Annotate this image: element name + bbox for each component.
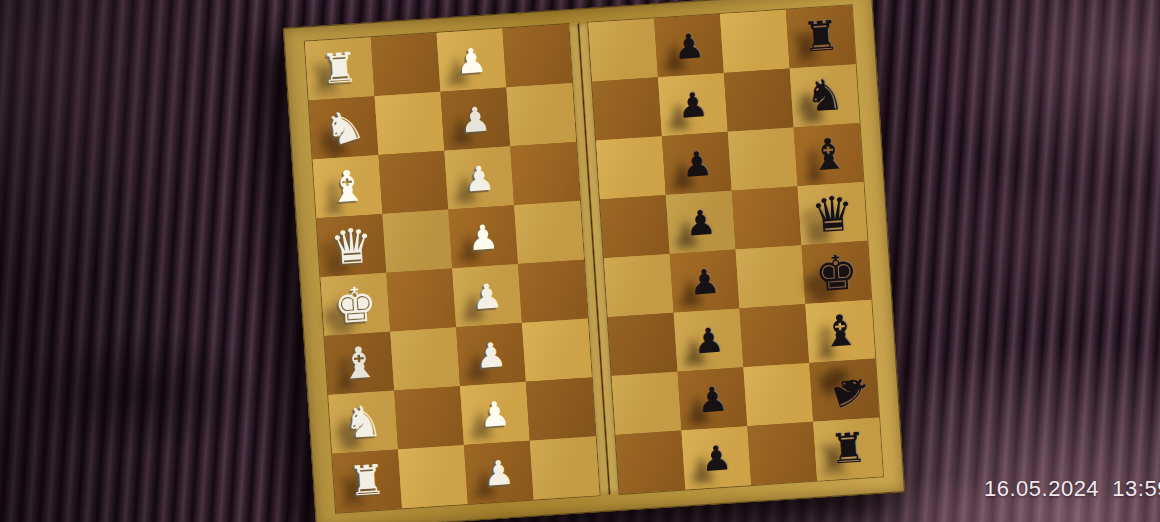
- black-pawn: ♟: [700, 440, 733, 476]
- square: ♞: [328, 391, 398, 454]
- white-pawn: ♟: [479, 395, 512, 431]
- square: ♝: [313, 155, 383, 218]
- square: [604, 254, 674, 317]
- square: [530, 436, 600, 499]
- white-pawn: ♟: [467, 219, 500, 255]
- square: ♟: [452, 264, 522, 327]
- square: ♝: [794, 123, 864, 186]
- square: [510, 142, 580, 205]
- square: ♜: [332, 449, 402, 512]
- square: [600, 195, 670, 258]
- black-knight: ♞: [804, 73, 845, 118]
- square: [386, 268, 456, 331]
- white-pawn: ♟: [475, 337, 508, 373]
- square: [728, 127, 798, 190]
- black-bishop: ♝: [808, 132, 849, 177]
- square: ♞: [309, 96, 379, 159]
- white-pawn: ♟: [455, 42, 488, 78]
- black-rook: ♜: [801, 15, 840, 58]
- white-queen: ♛: [328, 220, 374, 271]
- white-pawn: ♟: [483, 454, 516, 490]
- square: ♞: [809, 359, 879, 422]
- square: ♜: [813, 417, 883, 480]
- black-pawn: ♟: [680, 146, 713, 182]
- square: [592, 77, 662, 140]
- square: ♟: [448, 205, 518, 268]
- square: [379, 151, 449, 214]
- square: [506, 83, 576, 146]
- square: [732, 186, 802, 249]
- white-pawn: ♟: [471, 278, 504, 314]
- square: [514, 201, 584, 264]
- square: [736, 245, 806, 308]
- square: [612, 372, 682, 435]
- black-pawn: ♟: [677, 87, 710, 123]
- black-knight: ♞: [824, 367, 865, 412]
- square: ♟: [662, 132, 732, 195]
- square: ♛: [798, 182, 868, 245]
- square: [588, 18, 658, 81]
- square: ♟: [654, 14, 724, 77]
- square: [502, 24, 572, 87]
- square: [398, 445, 468, 508]
- square: [740, 304, 810, 367]
- square: [382, 210, 452, 273]
- square: [371, 33, 441, 96]
- square: ♚: [321, 273, 391, 336]
- black-queen: ♛: [809, 188, 855, 239]
- square: [747, 422, 817, 485]
- square: [724, 69, 794, 132]
- white-knight: ♞: [343, 399, 384, 444]
- white-bishop: ♝: [327, 164, 368, 209]
- square: [720, 10, 790, 73]
- square: ♟: [464, 441, 534, 504]
- white-pawn: ♟: [459, 101, 492, 137]
- square: ♟: [674, 308, 744, 371]
- timestamp-overlay: 16.05.2024 13:59: [984, 476, 1160, 502]
- black-king: ♚: [813, 247, 859, 298]
- board-half-left: ♜♟♞♟♝♟♛♟♚♟♝♟♞♟♜♟: [305, 24, 600, 512]
- black-pawn: ♟: [688, 263, 721, 299]
- black-pawn: ♟: [673, 28, 706, 64]
- square: [526, 377, 596, 440]
- white-knight: ♞: [323, 105, 364, 150]
- board-half-right: ♟♜♟♞♟♝♟♛♟♚♟♝♟♞♟♜: [588, 5, 883, 493]
- square: [616, 431, 686, 494]
- white-rook: ♜: [320, 47, 359, 90]
- black-pawn: ♟: [684, 204, 717, 240]
- square: ♜: [305, 37, 375, 100]
- white-bishop: ♝: [339, 341, 380, 386]
- square: ♟: [658, 73, 728, 136]
- square: ♚: [801, 241, 871, 304]
- black-pawn: ♟: [696, 381, 729, 417]
- square: ♟: [437, 29, 507, 92]
- black-bishop: ♝: [820, 309, 861, 354]
- square: ♜: [786, 5, 856, 68]
- square: [518, 260, 588, 323]
- square: [522, 319, 592, 382]
- square: ♟: [460, 382, 530, 445]
- square: [743, 363, 813, 426]
- square: ♟: [666, 191, 736, 254]
- black-rook: ♜: [828, 427, 867, 470]
- square: ♟: [444, 146, 514, 209]
- square: [390, 327, 460, 390]
- square: ♟: [678, 367, 748, 430]
- white-pawn: ♟: [463, 160, 496, 196]
- square: ♟: [441, 87, 511, 150]
- square: ♝: [324, 332, 394, 395]
- white-king: ♚: [332, 279, 378, 330]
- square: [375, 92, 445, 155]
- chess-board: ♜♟♞♟♝♟♛♟♚♟♝♟♞♟♜♟ ♟♜♟♞♟♝♟♛♟♚♟♝♟♞♟♜: [283, 0, 905, 522]
- white-rook: ♜: [347, 459, 386, 502]
- square: [596, 136, 666, 199]
- square: ♞: [790, 64, 860, 127]
- square: ♟: [670, 250, 740, 313]
- black-pawn: ♟: [692, 322, 725, 358]
- square: [608, 313, 678, 376]
- square: ♝: [805, 300, 875, 363]
- square: [394, 386, 464, 449]
- square: ♛: [317, 214, 387, 277]
- square: ♟: [456, 323, 526, 386]
- square: ♟: [681, 426, 751, 489]
